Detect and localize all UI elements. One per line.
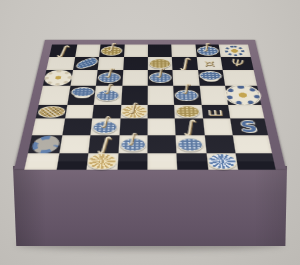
square-c2: ∫	[89, 135, 119, 153]
square-g8: ∫	[195, 45, 220, 57]
piece-small-blue-gold-rosette	[219, 45, 251, 57]
piece-tan-dragonfly: Ψ	[221, 57, 254, 70]
square-d7	[123, 57, 148, 70]
piece-blue-disc-with-snake: ∫	[174, 86, 202, 105]
square-h2	[233, 135, 272, 153]
square-h7: Ψ	[221, 57, 254, 70]
square-g5	[199, 86, 228, 105]
blue-disc-with-snake-glyph: ∫	[203, 42, 211, 51]
square-a1	[24, 153, 59, 169]
piece-blue-disc-with-snake: ∫	[94, 86, 122, 105]
square-h5	[225, 86, 261, 105]
square-a6	[43, 70, 73, 86]
piece-gold-disc-with-snake: ∫	[99, 45, 124, 57]
square-g4: ш	[201, 105, 230, 119]
box-front-face	[13, 166, 287, 246]
piece-blue-disc-with-snake: ∫	[91, 118, 120, 135]
square-a5	[39, 86, 71, 105]
square-c1	[87, 153, 118, 169]
piece-gold-disc	[148, 57, 173, 70]
piece-blue-disc-with-snake: ∫	[195, 45, 220, 57]
square-h1	[236, 153, 276, 169]
white-snake-glyph: ∫	[178, 57, 191, 71]
piece-white-snake: ∫	[172, 57, 198, 70]
square-c6: ∫	[96, 70, 123, 86]
square-f4	[174, 105, 202, 119]
square-e1	[147, 153, 177, 169]
square-e4	[148, 105, 176, 119]
square-g3	[203, 118, 233, 135]
square-f8	[172, 45, 197, 57]
square-d2: ∫	[118, 135, 147, 153]
square-f3: ∫	[175, 118, 204, 135]
white-snake-glyph: ∫	[56, 44, 72, 57]
square-e5	[148, 86, 175, 105]
square-f1	[177, 153, 208, 169]
piece-blue-disc-with-snake: ∫	[118, 135, 147, 153]
square-e3	[148, 118, 176, 135]
piece-blue-disc	[176, 135, 206, 153]
ornate-tan-knob-glyph: ¤	[203, 58, 215, 68]
piece-blue-disc-with-snake: ∫	[148, 70, 174, 86]
piece-white-claw: ш	[201, 105, 230, 119]
square-f2	[176, 135, 206, 153]
piece-blue-fish	[73, 57, 99, 70]
square-b2	[59, 135, 90, 153]
square-e6: ∫	[148, 70, 174, 86]
square-c3: ∫	[91, 118, 120, 135]
square-c7	[98, 57, 124, 70]
square-h6	[223, 70, 257, 86]
square-f7: ∫	[172, 57, 198, 70]
square-b1	[57, 153, 89, 169]
square-c8: ∫	[99, 45, 124, 57]
square-f6	[173, 70, 200, 86]
white-snake-glyph: ∫	[182, 118, 196, 136]
white-snake-glyph: ∫	[95, 135, 113, 154]
blue-white-s-snake-glyph: S	[239, 119, 258, 134]
square-a4	[36, 105, 68, 119]
square-b7	[73, 57, 99, 70]
piece-white-snake: ∫	[89, 135, 119, 153]
gold-disc-with-snake-glyph: ∫	[107, 42, 117, 51]
board-frame: ∫∫∫∫¤Ψ∫∫∫∫∫ш∫∫S∫∫	[14, 40, 286, 169]
piece-white-gear-rosette	[43, 70, 73, 86]
square-h8	[219, 45, 251, 57]
square-d6	[122, 70, 148, 86]
piece-gold-basket	[36, 105, 68, 119]
square-a7	[46, 57, 75, 70]
piece-blue-top-table	[67, 86, 96, 105]
piece-gold-shell-with-snake: ∫	[120, 105, 148, 119]
piece-blue-top-table	[198, 70, 225, 86]
square-a3	[32, 118, 65, 135]
square-b3	[62, 118, 92, 135]
piece-gold-disc	[174, 105, 202, 119]
square-a8: ∫	[49, 45, 77, 57]
square-d1	[117, 153, 147, 169]
square-h4	[228, 105, 264, 119]
square-d4: ∫	[120, 105, 148, 119]
square-b4	[65, 105, 94, 119]
square-g7: ¤	[196, 57, 222, 70]
square-a2	[28, 135, 62, 153]
white-claw-glyph: ш	[207, 107, 224, 117]
square-b6	[70, 70, 98, 86]
square-g2	[204, 135, 235, 153]
square-e8	[148, 45, 172, 57]
board-grid: ∫∫∫∫¤Ψ∫∫∫∫∫ш∫∫S∫∫	[26, 45, 274, 162]
square-d3	[119, 118, 147, 135]
photo-stage: ∫∫∫∫¤Ψ∫∫∫∫∫ш∫∫S∫∫	[0, 0, 300, 265]
square-b8	[75, 45, 101, 57]
square-c4	[93, 105, 121, 119]
square-g6	[198, 70, 225, 86]
piece-white-snake: ∫	[49, 45, 77, 57]
piece-blue-disc-with-snake: ∫	[96, 70, 123, 86]
piece-blue-white-curl	[28, 135, 62, 153]
piece-blue-white-s-snake: S	[230, 118, 268, 135]
square-h3: S	[230, 118, 268, 135]
square-d8	[124, 45, 148, 57]
square-e2	[147, 135, 176, 153]
piece-gold-shell	[87, 153, 118, 169]
tan-dragonfly-glyph: Ψ	[230, 58, 245, 69]
square-c5: ∫	[94, 86, 122, 105]
square-f5: ∫	[174, 86, 202, 105]
piece-blue-shell	[206, 153, 238, 169]
piece-ornate-tan-knob: ¤	[196, 57, 222, 70]
square-b5	[67, 86, 96, 105]
piece-white-snake: ∫	[175, 118, 204, 135]
piece-large-blue-rosette	[225, 86, 261, 105]
square-g1	[206, 153, 238, 169]
square-e7	[148, 57, 173, 70]
square-d5	[121, 86, 148, 105]
